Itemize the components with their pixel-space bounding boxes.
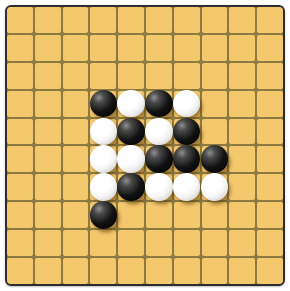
black-stone [117,173,144,200]
cell-r4-c6[interactable] [174,119,200,145]
cell-r1-c1[interactable] [35,35,61,61]
black-stone [173,118,200,145]
cell-r6-c9[interactable] [257,174,283,200]
cell-r6-c1[interactable] [35,174,61,200]
cell-r4-c0[interactable] [7,119,33,145]
cell-r9-c9[interactable] [257,258,283,284]
black-stone [90,90,117,117]
cell-r0-c7[interactable] [202,7,228,33]
cell-r0-c6[interactable] [174,7,200,33]
white-stone [90,173,117,200]
white-stone [90,145,117,172]
cell-r2-c5[interactable] [146,63,172,89]
white-stone [201,173,228,200]
cell-r2-c2[interactable] [63,63,89,89]
cell-r3-c1[interactable] [35,91,61,117]
cell-r8-c7[interactable] [202,230,228,256]
reversi-board-wrapper [0,0,290,291]
cell-r3-c8[interactable] [229,91,255,117]
cell-r5-c4[interactable] [118,146,144,172]
cell-r3-c0[interactable] [7,91,33,117]
cell-r8-c2[interactable] [63,230,89,256]
cell-r8-c4[interactable] [118,230,144,256]
cell-r7-c7[interactable] [202,202,228,228]
cell-r2-c8[interactable] [229,63,255,89]
cell-r0-c3[interactable] [90,7,116,33]
cell-r5-c5[interactable] [146,146,172,172]
cell-r4-c8[interactable] [229,119,255,145]
cell-r3-c5[interactable] [146,91,172,117]
cell-r5-c2[interactable] [63,146,89,172]
cell-r7-c8[interactable] [229,202,255,228]
cell-r1-c4[interactable] [118,35,144,61]
cell-r2-c1[interactable] [35,63,61,89]
cell-r9-c5[interactable] [146,258,172,284]
cell-r2-c3[interactable] [90,63,116,89]
cell-r1-c3[interactable] [90,35,116,61]
cell-r5-c3[interactable] [90,146,116,172]
cell-r2-c6[interactable] [174,63,200,89]
cell-r1-c7[interactable] [202,35,228,61]
cell-r9-c6[interactable] [174,258,200,284]
cell-r6-c7[interactable] [202,174,228,200]
cell-r5-c8[interactable] [229,146,255,172]
cell-r1-c5[interactable] [146,35,172,61]
cell-r9-c8[interactable] [229,258,255,284]
cell-r5-c9[interactable] [257,146,283,172]
cell-r4-c2[interactable] [63,119,89,145]
cell-r7-c0[interactable] [7,202,33,228]
cell-r4-c7[interactable] [202,119,228,145]
cell-r6-c4[interactable] [118,174,144,200]
reversi-board [5,5,285,286]
cell-r5-c0[interactable] [7,146,33,172]
black-stone [201,145,228,172]
cell-r8-c3[interactable] [90,230,116,256]
cell-r1-c2[interactable] [63,35,89,61]
black-stone [90,201,117,228]
white-stone [173,173,200,200]
cell-r7-c9[interactable] [257,202,283,228]
cell-r1-c8[interactable] [229,35,255,61]
cell-r3-c6[interactable] [174,91,200,117]
cell-r9-c4[interactable] [118,258,144,284]
cell-r9-c3[interactable] [90,258,116,284]
cell-r4-c1[interactable] [35,119,61,145]
cell-r8-c8[interactable] [229,230,255,256]
cell-r4-c4[interactable] [118,119,144,145]
cell-r9-c2[interactable] [63,258,89,284]
cell-r0-c2[interactable] [63,7,89,33]
cell-r3-c4[interactable] [118,91,144,117]
cell-r8-c9[interactable] [257,230,283,256]
cell-r6-c0[interactable] [7,174,33,200]
cell-r2-c4[interactable] [118,63,144,89]
cell-r6-c2[interactable] [63,174,89,200]
cell-r0-c4[interactable] [118,7,144,33]
cell-r7-c5[interactable] [146,202,172,228]
cell-r4-c5[interactable] [146,119,172,145]
cell-r7-c4[interactable] [118,202,144,228]
cell-r9-c7[interactable] [202,258,228,284]
cell-r5-c1[interactable] [35,146,61,172]
cell-r3-c9[interactable] [257,91,283,117]
cell-r8-c0[interactable] [7,230,33,256]
cell-r3-c2[interactable] [63,91,89,117]
cell-r6-c6[interactable] [174,174,200,200]
black-stone [117,118,144,145]
black-stone [145,90,172,117]
cell-r1-c9[interactable] [257,35,283,61]
cell-r8-c1[interactable] [35,230,61,256]
white-stone [90,118,117,145]
white-stone [145,118,172,145]
white-stone [145,173,172,200]
cell-r4-c3[interactable] [90,119,116,145]
cell-r0-c5[interactable] [146,7,172,33]
cell-r6-c8[interactable] [229,174,255,200]
cell-r2-c7[interactable] [202,63,228,89]
cell-r9-c1[interactable] [35,258,61,284]
cell-r2-c0[interactable] [7,63,33,89]
cell-r6-c5[interactable] [146,174,172,200]
white-stone [117,145,144,172]
cell-r0-c1[interactable] [35,7,61,33]
cell-r1-c6[interactable] [174,35,200,61]
cell-r4-c9[interactable] [257,119,283,145]
cell-r7-c6[interactable] [174,202,200,228]
cell-r5-c6[interactable] [174,146,200,172]
cell-r0-c8[interactable] [229,7,255,33]
cell-r7-c1[interactable] [35,202,61,228]
cell-r8-c5[interactable] [146,230,172,256]
cell-r3-c3[interactable] [90,91,116,117]
cell-r0-c9[interactable] [257,7,283,33]
white-stone [173,90,200,117]
cell-r3-c7[interactable] [202,91,228,117]
cell-r0-c0[interactable] [7,7,33,33]
cell-r1-c0[interactable] [7,35,33,61]
cell-r9-c0[interactable] [7,258,33,284]
white-stone [117,90,144,117]
cell-r6-c3[interactable] [90,174,116,200]
black-stone [145,145,172,172]
black-stone [173,145,200,172]
cell-r5-c7[interactable] [202,146,228,172]
cell-r7-c3[interactable] [90,202,116,228]
cell-r2-c9[interactable] [257,63,283,89]
cell-r8-c6[interactable] [174,230,200,256]
cell-r7-c2[interactable] [63,202,89,228]
